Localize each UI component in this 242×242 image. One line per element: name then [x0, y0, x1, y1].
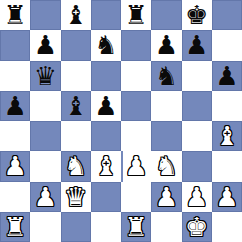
square-c3[interactable]: ♞ [61, 151, 91, 181]
square-d1[interactable] [91, 212, 121, 242]
piece-white-rook[interactable]: ♜ [3, 212, 26, 242]
square-f4[interactable] [151, 121, 181, 151]
square-h8[interactable] [212, 0, 242, 30]
square-d6[interactable] [91, 61, 121, 91]
square-b1[interactable] [30, 212, 60, 242]
square-h5[interactable] [212, 91, 242, 121]
square-b8[interactable] [30, 0, 60, 30]
square-b2[interactable]: ♟ [30, 182, 60, 212]
piece-black-pawn[interactable]: ♟ [155, 30, 178, 60]
square-f7[interactable]: ♟ [151, 30, 181, 60]
square-g6[interactable] [182, 61, 212, 91]
square-d2[interactable] [91, 182, 121, 212]
square-a8[interactable]: ♜ [0, 0, 30, 30]
square-g2[interactable]: ♟ [182, 182, 212, 212]
piece-white-pawn[interactable]: ♟ [215, 182, 238, 212]
square-c7[interactable] [61, 30, 91, 60]
square-f6[interactable]: ♞ [151, 61, 181, 91]
piece-black-pawn[interactable]: ♟ [3, 91, 26, 121]
square-e3[interactable]: ♟ [121, 151, 151, 181]
square-c5[interactable]: ♝ [61, 91, 91, 121]
piece-black-rook[interactable]: ♜ [3, 0, 26, 30]
piece-white-king[interactable]: ♚ [185, 212, 208, 242]
square-h7[interactable] [212, 30, 242, 60]
piece-white-bishop[interactable]: ♝ [94, 151, 117, 181]
square-a1[interactable]: ♜ [0, 212, 30, 242]
piece-white-pawn[interactable]: ♟ [124, 151, 147, 181]
square-f2[interactable]: ♟ [151, 182, 181, 212]
piece-black-pawn[interactable]: ♟ [215, 61, 238, 91]
piece-black-pawn[interactable]: ♟ [185, 30, 208, 60]
piece-white-knight[interactable]: ♞ [64, 151, 87, 181]
square-a5[interactable]: ♟ [0, 91, 30, 121]
square-f8[interactable] [151, 0, 181, 30]
square-b5[interactable] [30, 91, 60, 121]
square-g7[interactable]: ♟ [182, 30, 212, 60]
square-h1[interactable] [212, 212, 242, 242]
piece-white-queen[interactable]: ♛ [64, 182, 87, 212]
square-a2[interactable] [0, 182, 30, 212]
piece-white-bishop[interactable]: ♝ [215, 121, 238, 151]
square-h4[interactable]: ♝ [212, 121, 242, 151]
square-c4[interactable] [61, 121, 91, 151]
square-g8[interactable]: ♚ [182, 0, 212, 30]
square-e8[interactable]: ♜ [121, 0, 151, 30]
square-e4[interactable] [121, 121, 151, 151]
square-f1[interactable] [151, 212, 181, 242]
square-f3[interactable]: ♞ [151, 151, 181, 181]
piece-white-pawn[interactable]: ♟ [185, 182, 208, 212]
square-a6[interactable] [0, 61, 30, 91]
piece-black-rook[interactable]: ♜ [124, 0, 147, 30]
square-c1[interactable] [61, 212, 91, 242]
square-h2[interactable]: ♟ [212, 182, 242, 212]
square-b4[interactable] [30, 121, 60, 151]
chess-board: ♜♝♜♚♟♞♟♟♛♞♟♟♝♟♝♟♞♝♟♞♟♛♟♟♟♜♜♚ [0, 0, 242, 242]
piece-black-pawn[interactable]: ♟ [34, 30, 57, 60]
square-a4[interactable] [0, 121, 30, 151]
piece-black-knight[interactable]: ♞ [94, 30, 117, 60]
piece-white-pawn[interactable]: ♟ [155, 182, 178, 212]
square-a3[interactable]: ♟ [0, 151, 30, 181]
square-h3[interactable] [212, 151, 242, 181]
square-e2[interactable] [121, 182, 151, 212]
piece-black-bishop[interactable]: ♝ [64, 91, 87, 121]
square-e6[interactable] [121, 61, 151, 91]
square-e7[interactable] [121, 30, 151, 60]
piece-black-king[interactable]: ♚ [185, 0, 208, 30]
square-g5[interactable] [182, 91, 212, 121]
piece-white-rook[interactable]: ♜ [124, 212, 147, 242]
square-b3[interactable] [30, 151, 60, 181]
square-d7[interactable]: ♞ [91, 30, 121, 60]
piece-black-pawn[interactable]: ♟ [94, 91, 117, 121]
square-d3[interactable]: ♝ [91, 151, 121, 181]
square-c8[interactable]: ♝ [61, 0, 91, 30]
square-g1[interactable]: ♚ [182, 212, 212, 242]
piece-white-knight[interactable]: ♞ [155, 151, 178, 181]
square-h6[interactable]: ♟ [212, 61, 242, 91]
square-d4[interactable] [91, 121, 121, 151]
square-b7[interactable]: ♟ [30, 30, 60, 60]
square-e1[interactable]: ♜ [121, 212, 151, 242]
piece-black-queen[interactable]: ♛ [34, 61, 57, 91]
square-f5[interactable] [151, 91, 181, 121]
square-d5[interactable]: ♟ [91, 91, 121, 121]
piece-black-bishop[interactable]: ♝ [64, 0, 87, 30]
square-e5[interactable] [121, 91, 151, 121]
square-c2[interactable]: ♛ [61, 182, 91, 212]
square-d8[interactable] [91, 0, 121, 30]
piece-white-pawn[interactable]: ♟ [34, 182, 57, 212]
square-c6[interactable] [61, 61, 91, 91]
piece-white-pawn[interactable]: ♟ [3, 151, 26, 181]
square-g3[interactable] [182, 151, 212, 181]
square-a7[interactable] [0, 30, 30, 60]
square-g4[interactable] [182, 121, 212, 151]
square-b6[interactable]: ♛ [30, 61, 60, 91]
piece-black-knight[interactable]: ♞ [155, 61, 178, 91]
